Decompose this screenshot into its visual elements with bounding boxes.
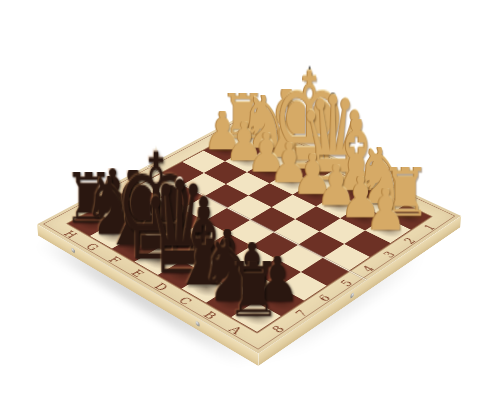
screw-icon xyxy=(350,292,354,299)
queen-finial-icon: ● xyxy=(329,92,337,102)
chess-board: HGFEDCBA 12345678 ♜♞♝●♛▲♚♝♞♜♟♟♟♟♟♟♟♟♟♟♟♟… xyxy=(37,115,461,354)
king-finial-icon: ▲ xyxy=(305,65,314,79)
piece-glyph: ♟ xyxy=(182,216,225,261)
screw-icon xyxy=(71,247,75,253)
scene: HGFEDCBA 12345678 ♜♞♝●♛▲♚♝♞♜♟♟♟♟♟♟♟♟♟♟♟♟… xyxy=(0,0,500,400)
product-photo: HGFEDCBA 12345678 ♜♞♝●♛▲♚♝♞♜♟♟♟♟♟♟♟♟♟♟♟♟… xyxy=(0,0,500,400)
screw-icon xyxy=(196,320,200,327)
king-finial-icon: ▲ xyxy=(151,145,161,160)
